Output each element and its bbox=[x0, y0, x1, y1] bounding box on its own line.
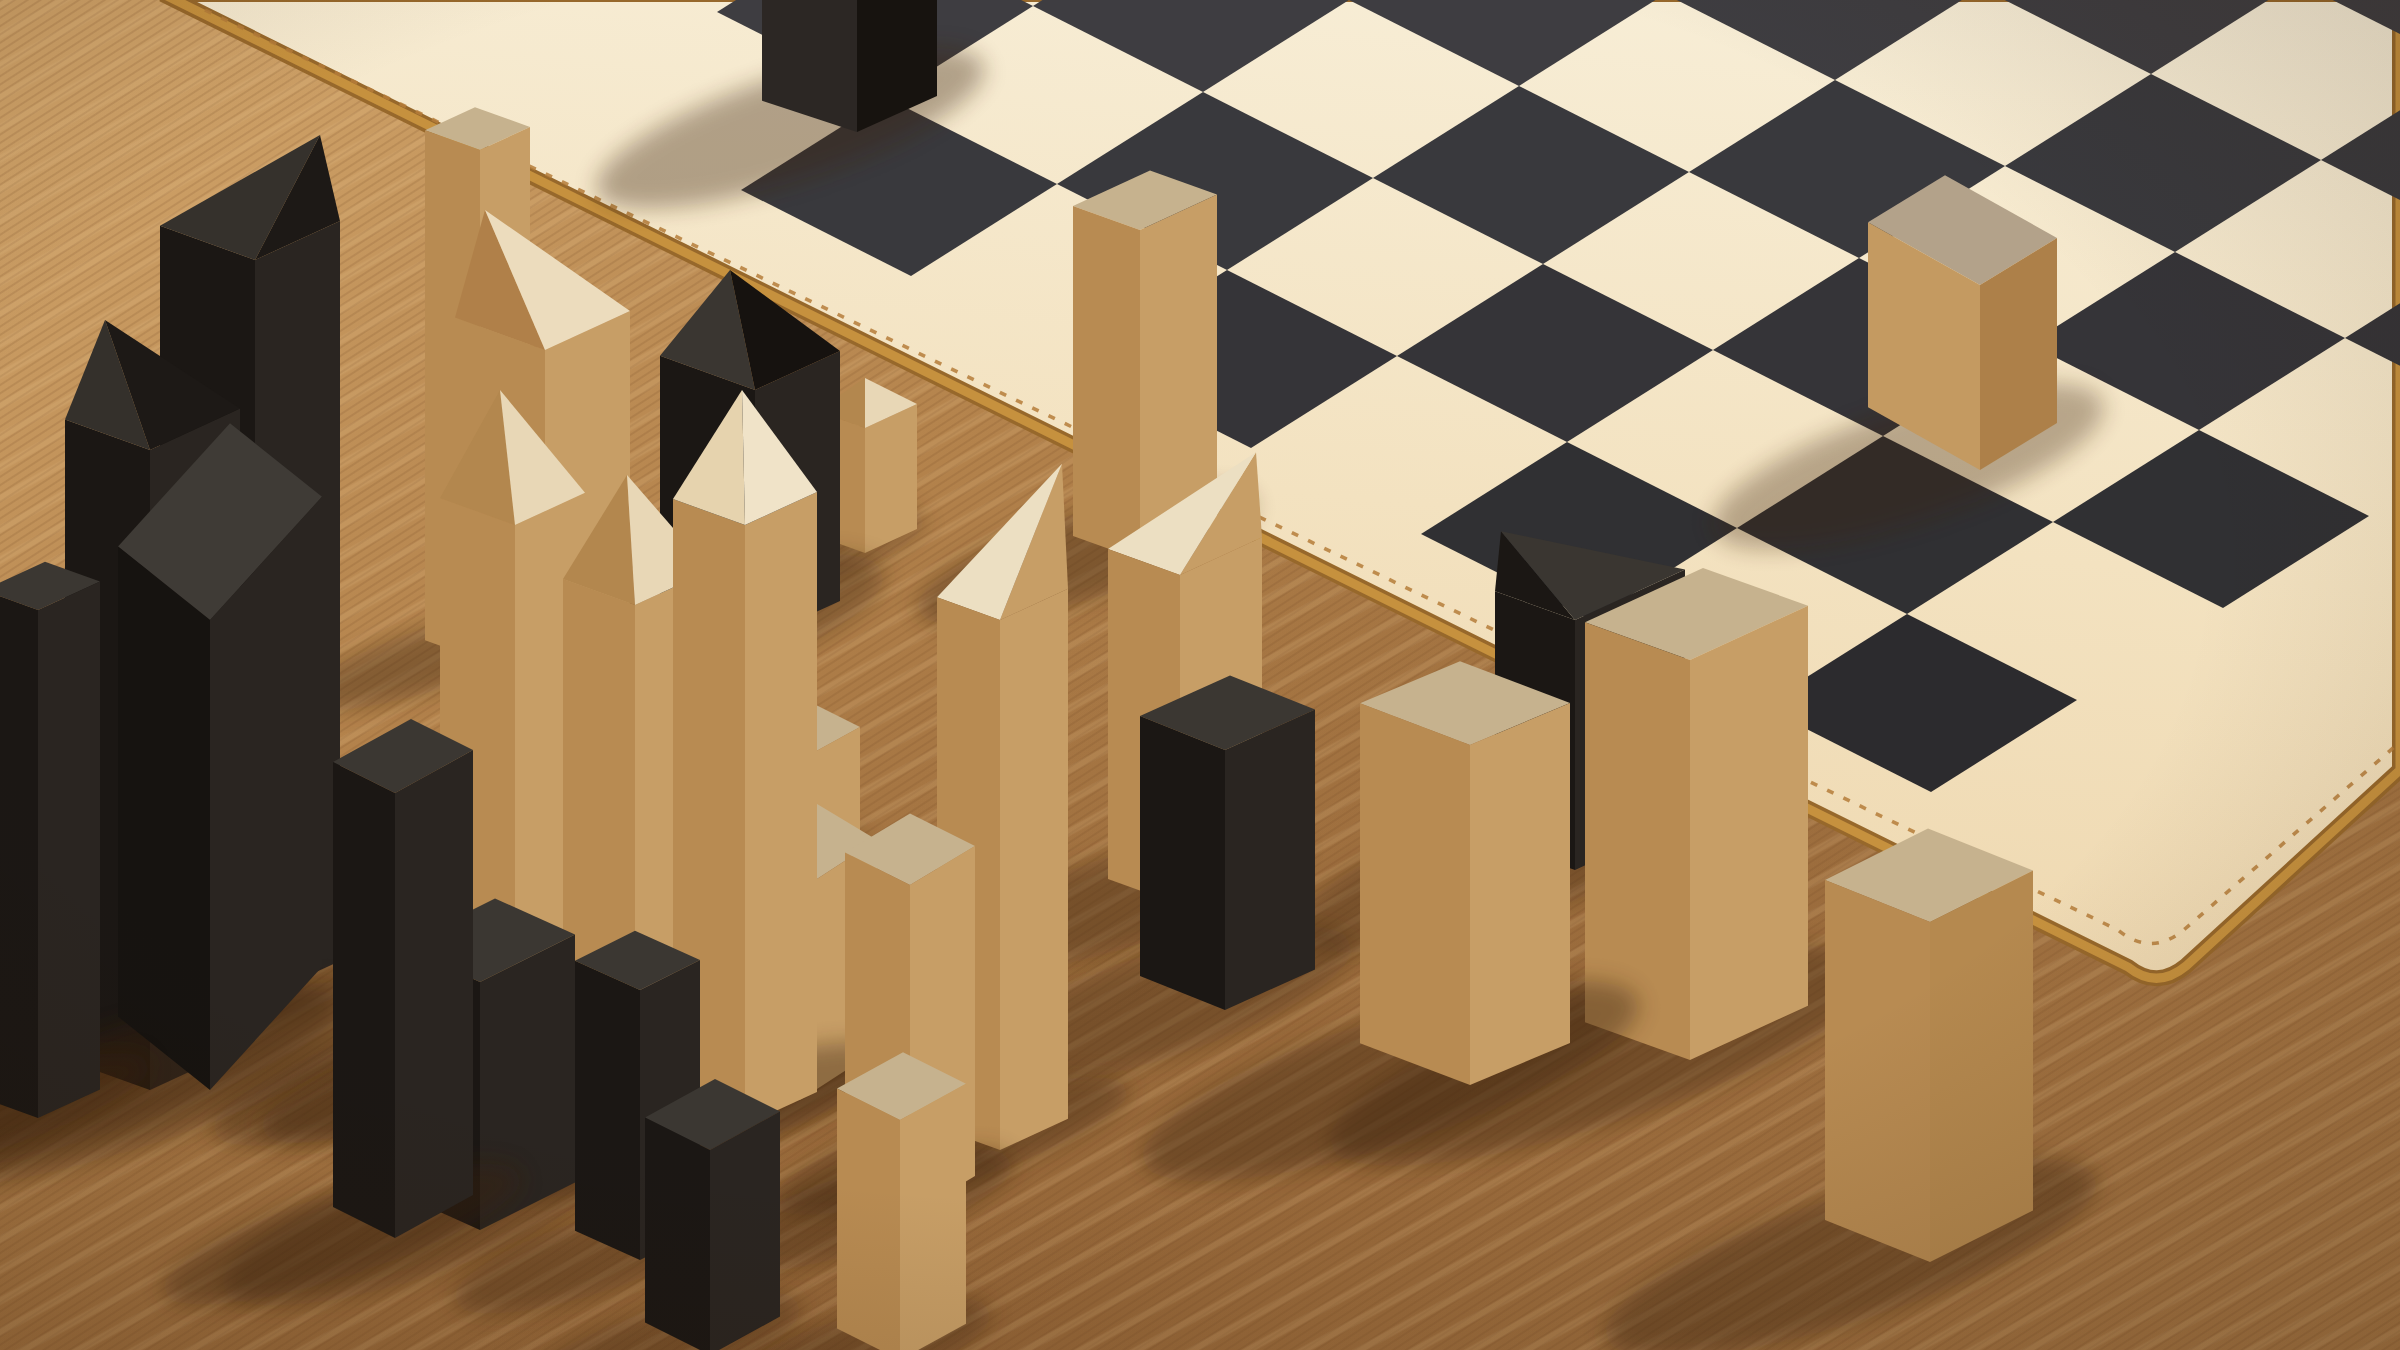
photo-vignette bbox=[0, 0, 2400, 1350]
photo-stage bbox=[0, 0, 2400, 1350]
chess-set-scene bbox=[0, 0, 2400, 1350]
